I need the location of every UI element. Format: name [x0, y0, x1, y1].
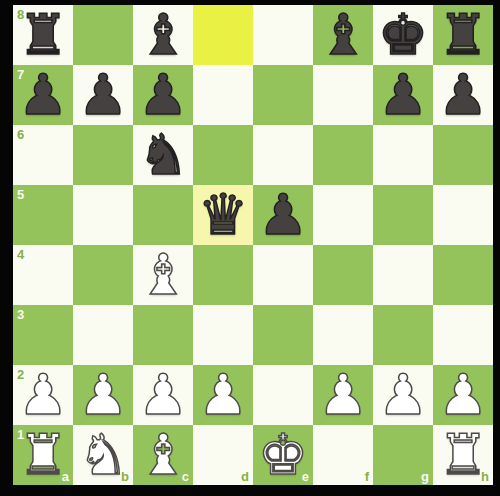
white-pawn[interactable]: ♟: [73, 365, 133, 425]
square-e7[interactable]: [253, 65, 313, 125]
square-d5[interactable]: ♛: [193, 185, 253, 245]
square-a2[interactable]: 2♟: [13, 365, 73, 425]
square-e1[interactable]: e♚: [253, 425, 313, 485]
black-bishop[interactable]: ♝: [133, 5, 193, 65]
square-g1[interactable]: g: [373, 425, 433, 485]
black-pawn[interactable]: ♟: [253, 185, 313, 245]
square-g8[interactable]: ♚: [373, 5, 433, 65]
square-c2[interactable]: ♟: [133, 365, 193, 425]
square-d4[interactable]: [193, 245, 253, 305]
square-b4[interactable]: [73, 245, 133, 305]
square-a7[interactable]: 7♟: [13, 65, 73, 125]
square-a5[interactable]: 5: [13, 185, 73, 245]
square-f6[interactable]: [313, 125, 373, 185]
white-pawn[interactable]: ♟: [193, 365, 253, 425]
white-pawn[interactable]: ♟: [13, 365, 73, 425]
rank-label-5: 5: [17, 188, 24, 201]
black-knight[interactable]: ♞: [133, 125, 193, 185]
square-h3[interactable]: [433, 305, 493, 365]
square-e3[interactable]: [253, 305, 313, 365]
square-c5[interactable]: [133, 185, 193, 245]
black-pawn[interactable]: ♟: [133, 65, 193, 125]
square-e4[interactable]: [253, 245, 313, 305]
square-h1[interactable]: h♜: [433, 425, 493, 485]
square-b7[interactable]: ♟: [73, 65, 133, 125]
white-bishop[interactable]: ♝: [133, 245, 193, 305]
square-f5[interactable]: [313, 185, 373, 245]
white-bishop[interactable]: ♝: [133, 425, 193, 485]
file-label-f: f: [365, 470, 369, 483]
square-d2[interactable]: ♟: [193, 365, 253, 425]
square-h6[interactable]: [433, 125, 493, 185]
square-c1[interactable]: c♝: [133, 425, 193, 485]
square-c4[interactable]: ♝: [133, 245, 193, 305]
square-h2[interactable]: ♟: [433, 365, 493, 425]
square-g6[interactable]: [373, 125, 433, 185]
square-b1[interactable]: b♞: [73, 425, 133, 485]
square-g7[interactable]: ♟: [373, 65, 433, 125]
square-b8[interactable]: [73, 5, 133, 65]
black-king[interactable]: ♚: [373, 5, 433, 65]
black-queen[interactable]: ♛: [193, 185, 253, 245]
square-h7[interactable]: ♟: [433, 65, 493, 125]
square-g5[interactable]: [373, 185, 433, 245]
chess-board: 8♜♝♝♚♜7♟♟♟♟♟6♞5♛♟4♝32♟♟♟♟♟♟♟1a♜b♞c♝de♚fg…: [13, 5, 493, 485]
square-e5[interactable]: ♟: [253, 185, 313, 245]
square-c8[interactable]: ♝: [133, 5, 193, 65]
square-d8[interactable]: [193, 5, 253, 65]
square-g3[interactable]: [373, 305, 433, 365]
square-h8[interactable]: ♜: [433, 5, 493, 65]
black-bishop[interactable]: ♝: [313, 5, 373, 65]
square-b5[interactable]: [73, 185, 133, 245]
square-e2[interactable]: [253, 365, 313, 425]
file-label-d: d: [241, 470, 249, 483]
black-pawn[interactable]: ♟: [373, 65, 433, 125]
white-rook[interactable]: ♜: [433, 425, 493, 485]
white-knight[interactable]: ♞: [73, 425, 133, 485]
square-f3[interactable]: [313, 305, 373, 365]
black-rook[interactable]: ♜: [433, 5, 493, 65]
square-a6[interactable]: 6: [13, 125, 73, 185]
square-f2[interactable]: ♟: [313, 365, 373, 425]
square-b3[interactable]: [73, 305, 133, 365]
rank-label-4: 4: [17, 248, 24, 261]
white-king[interactable]: ♚: [253, 425, 313, 485]
rank-label-3: 3: [17, 308, 24, 321]
square-e8[interactable]: [253, 5, 313, 65]
white-rook[interactable]: ♜: [13, 425, 73, 485]
rank-label-6: 6: [17, 128, 24, 141]
white-pawn[interactable]: ♟: [133, 365, 193, 425]
black-pawn[interactable]: ♟: [73, 65, 133, 125]
square-f7[interactable]: [313, 65, 373, 125]
black-pawn[interactable]: ♟: [13, 65, 73, 125]
white-pawn[interactable]: ♟: [313, 365, 373, 425]
square-c7[interactable]: ♟: [133, 65, 193, 125]
square-g2[interactable]: ♟: [373, 365, 433, 425]
square-b2[interactable]: ♟: [73, 365, 133, 425]
square-f4[interactable]: [313, 245, 373, 305]
square-a8[interactable]: 8♜: [13, 5, 73, 65]
square-a1[interactable]: 1a♜: [13, 425, 73, 485]
file-label-g: g: [421, 470, 429, 483]
black-rook[interactable]: ♜: [13, 5, 73, 65]
black-pawn[interactable]: ♟: [433, 65, 493, 125]
square-d7[interactable]: [193, 65, 253, 125]
white-pawn[interactable]: ♟: [433, 365, 493, 425]
square-b6[interactable]: [73, 125, 133, 185]
board-frame: 8♜♝♝♚♜7♟♟♟♟♟6♞5♛♟4♝32♟♟♟♟♟♟♟1a♜b♞c♝de♚fg…: [0, 0, 500, 496]
square-d1[interactable]: d: [193, 425, 253, 485]
square-d6[interactable]: [193, 125, 253, 185]
square-c3[interactable]: [133, 305, 193, 365]
square-d3[interactable]: [193, 305, 253, 365]
square-e6[interactable]: [253, 125, 313, 185]
square-g4[interactable]: [373, 245, 433, 305]
square-a4[interactable]: 4: [13, 245, 73, 305]
square-h4[interactable]: [433, 245, 493, 305]
square-h5[interactable]: [433, 185, 493, 245]
square-a3[interactable]: 3: [13, 305, 73, 365]
square-c6[interactable]: ♞: [133, 125, 193, 185]
white-pawn[interactable]: ♟: [373, 365, 433, 425]
square-f1[interactable]: f: [313, 425, 373, 485]
square-f8[interactable]: ♝: [313, 5, 373, 65]
